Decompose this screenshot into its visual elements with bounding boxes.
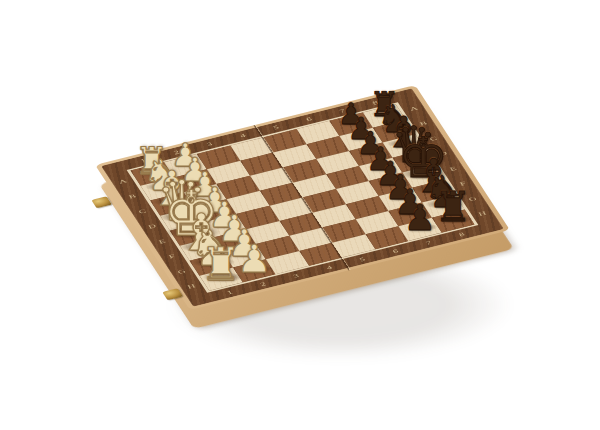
piece-white-rook-h1: ♜ bbox=[201, 242, 242, 287]
piece-black-pawn-h7: ♟ bbox=[404, 200, 436, 236]
pieces-layer: ♜♞♝♛♚♝♞♜♟♟♟♟♟♟♟♟♟♟♟♟♟♟♟♟♜♞♝♛♚♝♞♜ bbox=[0, 0, 600, 430]
product-photo-scene: AA11BB22CC33DD44EE55FF66GG77HH88 ♜♞♝♛♚♝♞… bbox=[0, 0, 600, 430]
piece-white-pawn-h2: ♟ bbox=[237, 239, 271, 277]
piece-black-rook-h8: ♜ bbox=[434, 187, 471, 228]
